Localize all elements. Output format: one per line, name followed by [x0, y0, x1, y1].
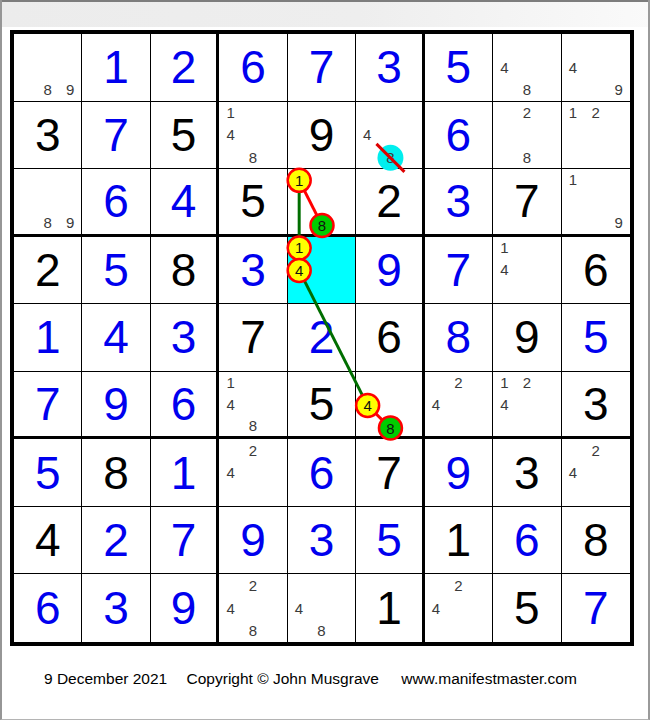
- cell-R3C4[interactable]: 5: [219, 169, 287, 237]
- footer-copyright: Copyright © John Musgrave: [187, 670, 379, 687]
- cell-R7C5[interactable]: 6: [288, 439, 356, 507]
- cell-R4C7[interactable]: 7: [425, 237, 493, 305]
- candidate-digit: 4: [562, 462, 585, 484]
- cell-R9C9[interactable]: 7: [562, 574, 630, 642]
- cell-R7C4[interactable]: 24: [219, 439, 287, 507]
- solved-digit: 6: [288, 439, 355, 506]
- cell-R9C8[interactable]: 5: [493, 574, 561, 642]
- cell-R5C3[interactable]: 3: [151, 304, 219, 372]
- solved-digit: 5: [562, 304, 630, 371]
- cell-R8C7[interactable]: 1: [425, 507, 493, 575]
- cell-R5C1[interactable]: 1: [14, 304, 82, 372]
- solved-digit: 6: [219, 34, 286, 101]
- cell-R4C6[interactable]: 9: [356, 237, 424, 305]
- cell-R4C9[interactable]: 6: [562, 237, 630, 305]
- solved-digit: 6: [82, 169, 149, 234]
- cell-R5C9[interactable]: 5: [562, 304, 630, 372]
- candidate-digit: 2: [447, 372, 469, 394]
- candidate-digit: 9: [607, 212, 630, 234]
- cell-R7C3[interactable]: 1: [151, 439, 219, 507]
- candidate-digit: 1: [562, 102, 585, 124]
- cell-R2C8[interactable]: 28: [493, 102, 561, 170]
- solved-digit: 8: [425, 304, 492, 371]
- cell-R8C9[interactable]: 8: [562, 507, 630, 575]
- solved-digit: 4: [151, 169, 216, 234]
- given-digit: 6: [356, 304, 421, 371]
- candidate-digit: 4: [493, 393, 515, 415]
- cell-R9C2[interactable]: 3: [82, 574, 150, 642]
- solved-digit: 9: [82, 372, 149, 437]
- footer-date: 9 December 2021: [44, 670, 167, 687]
- solved-digit: 2: [82, 507, 149, 574]
- given-digit: 5: [493, 574, 560, 642]
- candidate-digit: 4: [219, 124, 241, 146]
- given-digit: 8: [562, 507, 630, 574]
- candidate-digit: 2: [584, 102, 607, 124]
- cell-R5C2[interactable]: 4: [82, 304, 150, 372]
- cell-R2C6[interactable]: 4: [356, 102, 424, 170]
- solved-digit: 3: [82, 574, 149, 642]
- solved-digit: 6: [14, 574, 81, 642]
- cell-R4C3[interactable]: 8: [151, 237, 219, 305]
- cell-R7C2[interactable]: 8: [82, 439, 150, 507]
- cell-R7C7[interactable]: 9: [425, 439, 493, 507]
- candidate-digit: 8: [516, 78, 538, 100]
- solved-digit: 6: [493, 507, 560, 574]
- footer: 9 December 2021 Copyright © John Musgrav…: [44, 670, 577, 688]
- candidate-digit: 2: [242, 439, 264, 461]
- cell-R8C4[interactable]: 9: [219, 507, 287, 575]
- cell-R3C7[interactable]: 3: [425, 169, 493, 237]
- cell-R3C9[interactable]: 19: [562, 169, 630, 237]
- cell-R6C1[interactable]: 7: [14, 372, 82, 440]
- candidate-digit: 4: [219, 462, 241, 484]
- cell-R8C8[interactable]: 6: [493, 507, 561, 575]
- cell-R6C4[interactable]: 148: [219, 372, 287, 440]
- cell-R8C3[interactable]: 7: [151, 507, 219, 575]
- candidate-digit: 8: [36, 78, 58, 100]
- candidate-digit: 4: [288, 597, 310, 620]
- candidate-digit: 8: [242, 619, 264, 642]
- candidate-digit: 4: [562, 56, 585, 78]
- cell-R6C7[interactable]: 24: [425, 372, 493, 440]
- cell-R8C2[interactable]: 2: [82, 507, 150, 575]
- cell-R7C8[interactable]: 3: [493, 439, 561, 507]
- cell-R5C8[interactable]: 9: [493, 304, 561, 372]
- solved-digit: 7: [562, 574, 630, 642]
- cell-R3C6[interactable]: 2: [356, 169, 424, 237]
- solved-digit: 3: [219, 237, 286, 304]
- solved-digit: 7: [14, 372, 81, 437]
- cell-R9C6[interactable]: 1: [356, 574, 424, 642]
- solved-digit: 9: [425, 439, 492, 506]
- solved-digit: 9: [151, 574, 216, 642]
- given-digit: 3: [14, 102, 81, 169]
- given-digit: 1: [425, 507, 492, 574]
- cell-R7C1[interactable]: 5: [14, 439, 82, 507]
- candidate-digit: 9: [59, 78, 81, 100]
- given-digit: 3: [562, 372, 630, 437]
- cell-R3C8[interactable]: 7: [493, 169, 561, 237]
- cell-R8C6[interactable]: 5: [356, 507, 424, 575]
- cell-R1C6[interactable]: 3: [356, 34, 424, 102]
- candidate-digit: 1: [493, 237, 515, 259]
- given-digit: 5: [219, 169, 286, 234]
- cell-R4C2[interactable]: 5: [82, 237, 150, 305]
- given-digit: 2: [14, 237, 81, 304]
- candidate-digit: 4: [493, 259, 515, 281]
- solved-digit: 1: [14, 304, 81, 371]
- given-digit: 9: [493, 304, 560, 371]
- cell-R3C5[interactable]: [288, 169, 356, 237]
- candidate-digit: 2: [516, 102, 538, 124]
- solved-digit: 5: [14, 439, 81, 506]
- cell-R5C5[interactable]: 2: [288, 304, 356, 372]
- solved-digit: 1: [82, 34, 149, 101]
- solved-digit: 4: [82, 304, 149, 371]
- candidate-digit: 8: [516, 146, 538, 168]
- given-digit: 4: [14, 507, 81, 574]
- cell-R3C1[interactable]: 89: [14, 169, 82, 237]
- candidate-digit: 8: [242, 415, 264, 437]
- cell-R8C1[interactable]: 4: [14, 507, 82, 575]
- cell-R3C2[interactable]: 6: [82, 169, 150, 237]
- cell-R9C5[interactable]: 48: [288, 574, 356, 642]
- candidate-digit: 8: [36, 212, 58, 234]
- solved-digit: 7: [288, 34, 355, 101]
- solved-digit: 9: [219, 507, 286, 574]
- cell-R1C5[interactable]: 7: [288, 34, 356, 102]
- cell-R1C2[interactable]: 1: [82, 34, 150, 102]
- cell-R9C7[interactable]: 24: [425, 574, 493, 642]
- cell-R2C1[interactable]: 3: [14, 102, 82, 170]
- solved-digit: 3: [425, 169, 492, 234]
- solved-digit: 9: [356, 237, 421, 304]
- candidate-digit: 8: [310, 619, 332, 642]
- cell-R6C6[interactable]: [356, 372, 424, 440]
- cell-R5C7[interactable]: 8: [425, 304, 493, 372]
- cell-R3C3[interactable]: 4: [151, 169, 219, 237]
- cell-R2C4[interactable]: 148: [219, 102, 287, 170]
- solved-digit: 6: [151, 372, 216, 437]
- solved-digit: 3: [288, 507, 355, 574]
- given-digit: 7: [356, 439, 421, 506]
- cell-R2C7[interactable]: 6: [425, 102, 493, 170]
- solved-digit: 5: [425, 34, 492, 101]
- cell-R6C3[interactable]: 6: [151, 372, 219, 440]
- cell-R5C4[interactable]: 7: [219, 304, 287, 372]
- given-digit: 8: [151, 237, 216, 304]
- solved-digit: 7: [151, 507, 216, 574]
- candidate-digit: 4: [219, 597, 241, 620]
- cell-R6C8[interactable]: 124: [493, 372, 561, 440]
- solved-digit: 2: [288, 304, 355, 371]
- given-digit: 6: [562, 237, 630, 304]
- cell-R8C5[interactable]: 3: [288, 507, 356, 575]
- cell-R6C5[interactable]: 5: [288, 372, 356, 440]
- cell-R2C9[interactable]: 12: [562, 102, 630, 170]
- candidate-digit: 2: [242, 574, 264, 597]
- candidate-digit: 2: [584, 439, 607, 461]
- solved-digit: 3: [151, 304, 216, 371]
- window-titlebar: [2, 0, 650, 27]
- cell-R4C5[interactable]: [288, 237, 356, 305]
- cell-R7C6[interactable]: 7: [356, 439, 424, 507]
- given-digit: 9: [288, 102, 355, 169]
- given-digit: 7: [493, 169, 560, 234]
- cell-R4C8[interactable]: 14: [493, 237, 561, 305]
- given-digit: 8: [82, 439, 149, 506]
- cell-R2C5[interactable]: 9: [288, 102, 356, 170]
- cell-R1C1[interactable]: 89: [14, 34, 82, 102]
- candidate-digit: 2: [516, 372, 538, 394]
- cell-R2C3[interactable]: 5: [151, 102, 219, 170]
- candidate-digit: 8: [242, 146, 264, 168]
- candidate-digit: 1: [219, 102, 241, 124]
- given-digit: 5: [288, 372, 355, 437]
- cell-R4C1[interactable]: 2: [14, 237, 82, 305]
- given-digit: 7: [219, 304, 286, 371]
- candidate-digit: 4: [493, 56, 515, 78]
- cell-R6C9[interactable]: 3: [562, 372, 630, 440]
- candidate-digit: 4: [425, 393, 447, 415]
- sudoku-board: 8912673548493751489462812896452371925839…: [10, 30, 634, 646]
- candidate-digit: 2: [447, 574, 469, 597]
- candidate-digit: 1: [562, 169, 585, 191]
- candidate-digit: 4: [219, 393, 241, 415]
- cell-R1C4[interactable]: 6: [219, 34, 287, 102]
- solved-digit: 5: [356, 507, 421, 574]
- cell-R5C6[interactable]: 6: [356, 304, 424, 372]
- candidate-digit: 1: [493, 372, 515, 394]
- cell-R2C2[interactable]: 7: [82, 102, 150, 170]
- candidate-digit: 4: [425, 597, 447, 620]
- given-digit: 1: [356, 574, 421, 642]
- cell-R1C9[interactable]: 49: [562, 34, 630, 102]
- candidate-digit: 9: [59, 212, 81, 234]
- solved-digit: 6: [425, 102, 492, 169]
- cell-R4C4[interactable]: 3: [219, 237, 287, 305]
- cell-R6C2[interactable]: 9: [82, 372, 150, 440]
- cell-R9C1[interactable]: 6: [14, 574, 82, 642]
- solved-digit: 5: [82, 237, 149, 304]
- cell-R9C3[interactable]: 9: [151, 574, 219, 642]
- cell-R1C8[interactable]: 48: [493, 34, 561, 102]
- footer-website: www.manifestmaster.com: [401, 670, 577, 687]
- solved-digit: 7: [82, 102, 149, 169]
- cell-R1C3[interactable]: 2: [151, 34, 219, 102]
- cell-R7C9[interactable]: 24: [562, 439, 630, 507]
- candidate-digit: 4: [356, 124, 378, 146]
- solved-digit: 7: [425, 237, 492, 304]
- solved-digit: 2: [151, 34, 216, 101]
- solved-digit: 3: [356, 34, 421, 101]
- given-digit: 5: [151, 102, 216, 169]
- solved-digit: 1: [151, 439, 216, 506]
- cell-R9C4[interactable]: 248: [219, 574, 287, 642]
- given-digit: 2: [356, 169, 421, 234]
- candidate-digit: 1: [219, 372, 241, 394]
- given-digit: 3: [493, 439, 560, 506]
- candidate-digit: 9: [607, 78, 630, 100]
- cell-R1C7[interactable]: 5: [425, 34, 493, 102]
